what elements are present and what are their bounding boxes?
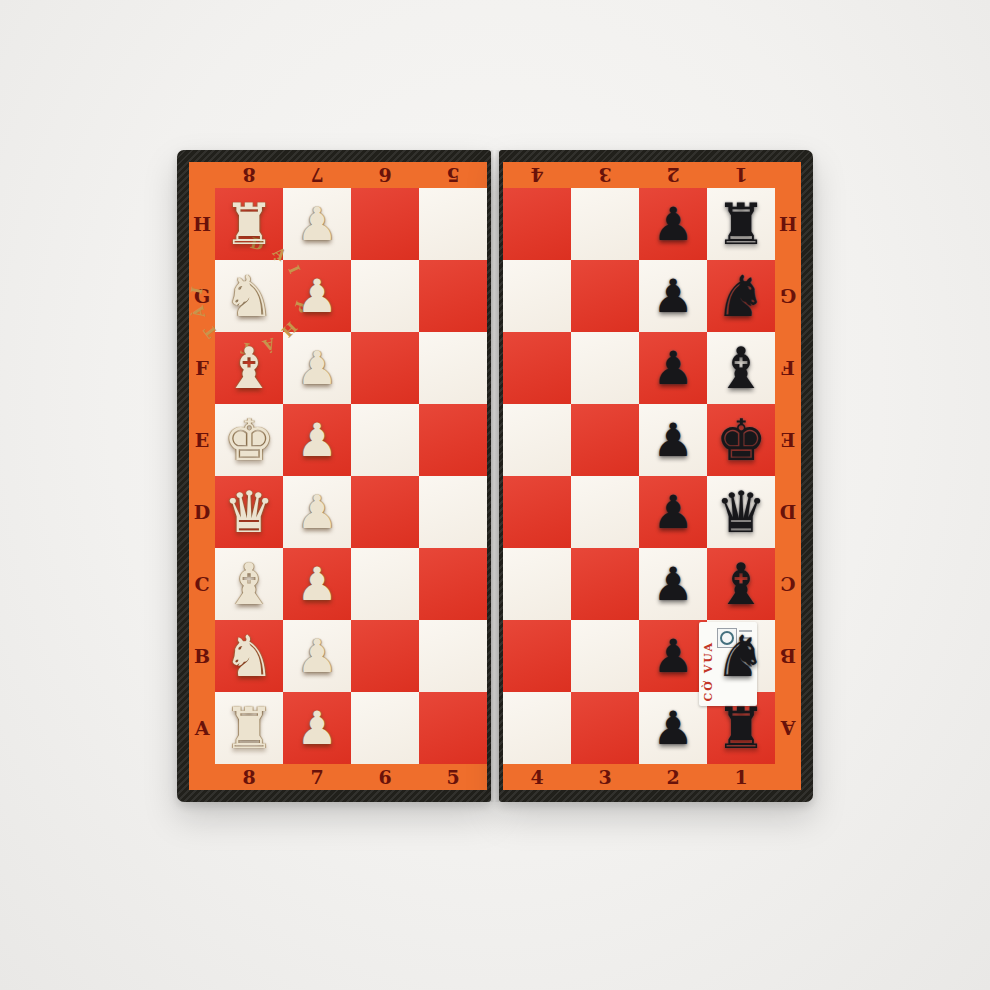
file-label-h-left: H — [189, 188, 215, 260]
square-c5[interactable] — [419, 548, 487, 620]
white-pawn[interactable]: ♟ — [296, 417, 337, 463]
file-label-b-right: B — [775, 620, 801, 692]
square-a2[interactable]: ♟ — [639, 692, 707, 764]
square-f3[interactable] — [571, 332, 639, 404]
square-b2[interactable]: ♟ — [639, 620, 707, 692]
black-pawn[interactable]: ♟ — [652, 561, 693, 607]
square-f7[interactable]: ♟ — [283, 332, 351, 404]
left-half-grid: 8765H♜♟G♞♟F♝♟E♚♟D♛♟C♝♟B♞♟A♜♟8765 — [189, 162, 487, 790]
square-h8[interactable]: ♜ — [215, 188, 283, 260]
file-label-h-right: H — [775, 188, 801, 260]
square-b7[interactable]: ♟ — [283, 620, 351, 692]
square-f2[interactable]: ♟ — [639, 332, 707, 404]
square-h4[interactable] — [503, 188, 571, 260]
border-corner — [189, 162, 215, 188]
black-rook[interactable]: ♜ — [715, 196, 766, 253]
black-rook[interactable]: ♜ — [715, 700, 766, 757]
square-g7[interactable]: ♟ — [283, 260, 351, 332]
file-label-b-left: B — [189, 620, 215, 692]
square-d5[interactable] — [419, 476, 487, 548]
square-g6[interactable] — [351, 260, 419, 332]
file-label-f-left: F — [189, 332, 215, 404]
file-label-g-left: G — [189, 260, 215, 332]
white-queen[interactable]: ♛ — [223, 484, 274, 541]
white-pawn[interactable]: ♟ — [296, 489, 337, 535]
right-half-grid: 4321♟♜H♟♞G♟♝F♟♚E♟♛D♟♝C♟♞B♟♜A4321 — [503, 162, 801, 790]
border-corner — [775, 162, 801, 188]
square-f8[interactable]: ♝ — [215, 332, 283, 404]
rank-label-5-top: 5 — [419, 162, 487, 188]
file-label-d-left: D — [189, 476, 215, 548]
black-pawn[interactable]: ♟ — [652, 489, 693, 535]
square-e4[interactable] — [503, 404, 571, 476]
black-bishop[interactable]: ♝ — [715, 340, 766, 397]
square-d1[interactable]: ♛ — [707, 476, 775, 548]
square-h5[interactable] — [419, 188, 487, 260]
square-d7[interactable]: ♟ — [283, 476, 351, 548]
square-d4[interactable] — [503, 476, 571, 548]
square-g4[interactable] — [503, 260, 571, 332]
file-label-a-right: A — [775, 692, 801, 764]
square-a1[interactable]: ♜ — [707, 692, 775, 764]
square-c1[interactable]: ♝ — [707, 548, 775, 620]
black-pawn[interactable]: ♟ — [652, 633, 693, 679]
square-c6[interactable] — [351, 548, 419, 620]
rank-label-7-bottom: 7 — [283, 764, 351, 790]
black-knight[interactable]: ♞ — [715, 628, 766, 685]
square-b4[interactable] — [503, 620, 571, 692]
rank-label-4-top: 4 — [503, 162, 571, 188]
file-label-d-right: D — [775, 476, 801, 548]
file-label-e-left: E — [189, 404, 215, 476]
square-e8[interactable]: ♚ — [215, 404, 283, 476]
board-left-half: 8765H♜♟G♞♟F♝♟E♚♟D♛♟C♝♟B♞♟A♜♟8765 — [177, 150, 491, 802]
square-a5[interactable] — [419, 692, 487, 764]
rank-label-4-bottom: 4 — [503, 764, 571, 790]
square-e2[interactable]: ♟ — [639, 404, 707, 476]
file-label-f-right: F — [775, 332, 801, 404]
square-a6[interactable] — [351, 692, 419, 764]
square-h6[interactable] — [351, 188, 419, 260]
square-g3[interactable] — [571, 260, 639, 332]
white-king[interactable]: ♚ — [223, 412, 274, 469]
square-c3[interactable] — [571, 548, 639, 620]
border-corner — [189, 764, 215, 790]
white-pawn[interactable]: ♟ — [296, 345, 337, 391]
white-pawn[interactable]: ♟ — [296, 201, 337, 247]
square-f6[interactable] — [351, 332, 419, 404]
rank-label-8-top: 8 — [215, 162, 283, 188]
square-b3[interactable] — [571, 620, 639, 692]
square-g1[interactable]: ♞ — [707, 260, 775, 332]
square-e3[interactable] — [571, 404, 639, 476]
square-e7[interactable]: ♟ — [283, 404, 351, 476]
black-bishop[interactable]: ♝ — [715, 556, 766, 613]
square-h3[interactable] — [571, 188, 639, 260]
square-b5[interactable] — [419, 620, 487, 692]
square-h7[interactable]: ♟ — [283, 188, 351, 260]
black-queen[interactable]: ♛ — [715, 484, 766, 541]
black-pawn[interactable]: ♟ — [652, 417, 693, 463]
board-right-half: 4321♟♜H♟♞G♟♝F♟♚E♟♛D♟♝C♟♞B♟♜A4321 — [499, 150, 813, 802]
white-pawn[interactable]: ♟ — [296, 561, 337, 607]
white-rook[interactable]: ♜ — [223, 700, 274, 757]
white-pawn[interactable]: ♟ — [296, 633, 337, 679]
square-h2[interactable]: ♟ — [639, 188, 707, 260]
white-knight[interactable]: ♞ — [223, 268, 274, 325]
square-e6[interactable] — [351, 404, 419, 476]
black-pawn[interactable]: ♟ — [652, 273, 693, 319]
square-a7[interactable]: ♟ — [283, 692, 351, 764]
square-g5[interactable] — [419, 260, 487, 332]
rank-label-2-top: 2 — [639, 162, 707, 188]
black-knight[interactable]: ♞ — [715, 268, 766, 325]
square-e1[interactable]: ♚ — [707, 404, 775, 476]
white-bishop[interactable]: ♝ — [223, 340, 274, 397]
white-bishop[interactable]: ♝ — [223, 556, 274, 613]
rank-label-8-bottom: 8 — [215, 764, 283, 790]
square-d3[interactable] — [571, 476, 639, 548]
square-g2[interactable]: ♟ — [639, 260, 707, 332]
file-label-c-right: C — [775, 548, 801, 620]
black-king[interactable]: ♚ — [715, 412, 766, 469]
square-f1[interactable]: ♝ — [707, 332, 775, 404]
rank-label-3-bottom: 3 — [571, 764, 639, 790]
chess-board: 8765H♜♟G♞♟F♝♟E♚♟D♛♟C♝♟B♞♟A♜♟8765 4321♟♜H… — [177, 150, 813, 802]
rank-label-1-top: 1 — [707, 162, 775, 188]
file-label-e-right: E — [775, 404, 801, 476]
rank-label-1-bottom: 1 — [707, 764, 775, 790]
black-pawn[interactable]: ♟ — [652, 705, 693, 751]
square-c4[interactable] — [503, 548, 571, 620]
square-f5[interactable] — [419, 332, 487, 404]
rank-label-6-top: 6 — [351, 162, 419, 188]
rank-label-7-top: 7 — [283, 162, 351, 188]
square-a3[interactable] — [571, 692, 639, 764]
white-pawn[interactable]: ♟ — [296, 705, 337, 751]
black-pawn[interactable]: ♟ — [652, 345, 693, 391]
rank-label-6-bottom: 6 — [351, 764, 419, 790]
rank-label-2-bottom: 2 — [639, 764, 707, 790]
white-rook[interactable]: ♜ — [223, 196, 274, 253]
square-d2[interactable]: ♟ — [639, 476, 707, 548]
photo-background: 8765H♜♟G♞♟F♝♟E♚♟D♛♟C♝♟B♞♟A♜♟8765 4321♟♜H… — [0, 0, 990, 990]
white-knight[interactable]: ♞ — [223, 628, 274, 685]
file-label-a-left: A — [189, 692, 215, 764]
square-f4[interactable] — [503, 332, 571, 404]
square-d8[interactable]: ♛ — [215, 476, 283, 548]
square-b8[interactable]: ♞ — [215, 620, 283, 692]
square-b1[interactable]: ♞ — [707, 620, 775, 692]
rank-label-5-bottom: 5 — [419, 764, 487, 790]
hinge-gap — [491, 150, 499, 802]
file-label-c-left: C — [189, 548, 215, 620]
square-c2[interactable]: ♟ — [639, 548, 707, 620]
square-d6[interactable] — [351, 476, 419, 548]
file-label-g-right: G — [775, 260, 801, 332]
square-e5[interactable] — [419, 404, 487, 476]
square-a8[interactable]: ♜ — [215, 692, 283, 764]
white-pawn[interactable]: ♟ — [296, 273, 337, 319]
square-h1[interactable]: ♜ — [707, 188, 775, 260]
square-b6[interactable] — [351, 620, 419, 692]
square-g8[interactable]: ♞ — [215, 260, 283, 332]
rank-label-3-top: 3 — [571, 162, 639, 188]
square-c7[interactable]: ♟ — [283, 548, 351, 620]
square-c8[interactable]: ♝ — [215, 548, 283, 620]
border-corner — [775, 764, 801, 790]
black-pawn[interactable]: ♟ — [652, 201, 693, 247]
sticker-text: CỜ VUA — [702, 641, 715, 702]
square-a4[interactable] — [503, 692, 571, 764]
